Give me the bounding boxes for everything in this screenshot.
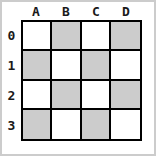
row-label-2: 2 xyxy=(2,81,21,111)
row-label-0: 0 xyxy=(2,20,21,50)
column-label-D: D xyxy=(111,2,141,21)
cell-D0[interactable] xyxy=(111,22,140,51)
cell-C2[interactable] xyxy=(82,81,111,110)
cell-D2[interactable] xyxy=(111,81,140,110)
column-labels: ABCD xyxy=(21,2,141,21)
column-label-B: B xyxy=(51,2,81,21)
game-board xyxy=(21,20,142,141)
cell-A1[interactable] xyxy=(23,51,52,80)
row-label-3: 3 xyxy=(2,111,21,141)
row-label-1: 1 xyxy=(2,50,21,80)
board-frame: ABCD 0123 xyxy=(0,0,156,156)
cell-A2[interactable] xyxy=(23,81,52,110)
cell-B0[interactable] xyxy=(52,22,81,51)
cell-D1[interactable] xyxy=(111,51,140,80)
cell-A0[interactable] xyxy=(23,22,52,51)
row-labels: 0123 xyxy=(2,20,21,141)
cell-B2[interactable] xyxy=(52,81,81,110)
cell-C3[interactable] xyxy=(82,110,111,139)
cell-D3[interactable] xyxy=(111,110,140,139)
cell-A3[interactable] xyxy=(23,110,52,139)
column-label-A: A xyxy=(21,2,51,21)
column-label-C: C xyxy=(81,2,111,21)
cell-C1[interactable] xyxy=(82,51,111,80)
cell-B3[interactable] xyxy=(52,110,81,139)
cell-C0[interactable] xyxy=(82,22,111,51)
cell-B1[interactable] xyxy=(52,51,81,80)
